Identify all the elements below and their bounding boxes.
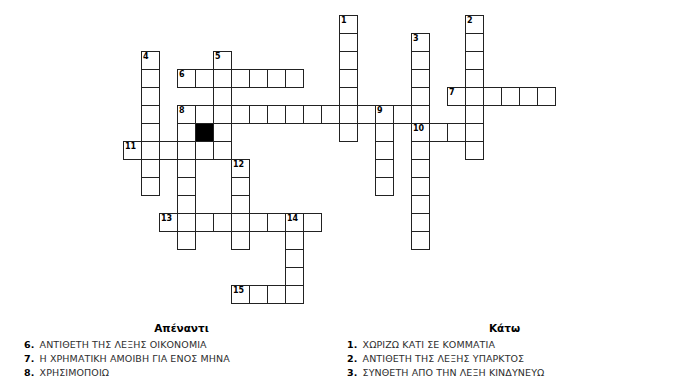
across-header: Απέναντι	[24, 322, 339, 334]
cell-r7-c2[interactable]	[159, 141, 178, 160]
cell-r6-c1[interactable]	[141, 123, 160, 142]
cell-r3-c5[interactable]	[213, 69, 232, 88]
cell-r7-c19[interactable]	[465, 141, 484, 160]
cell-r3-c7[interactable]	[249, 69, 268, 88]
clue-down-2: 2. ΑΝΤΙΘΕΤΗ ΤΗΣ ΛΕΞΗΣ ΥΠΑΡΚΤΟΣ	[347, 352, 662, 366]
cell-r11-c16[interactable]	[411, 213, 430, 232]
cell-r5-c13[interactable]	[357, 105, 376, 124]
cell-r3-c1[interactable]	[141, 69, 160, 88]
cell-r13-c9[interactable]	[285, 249, 304, 268]
clue-number-4: 4	[143, 52, 149, 61]
crossword-grid: 123456789101112131415	[123, 15, 556, 304]
cell-r5-c10[interactable]	[303, 105, 322, 124]
cell-r11-c3[interactable]	[177, 213, 196, 232]
clue-number-label: 6.	[24, 339, 34, 350]
cell-r2-c12[interactable]	[339, 51, 358, 70]
cell-r15-c9[interactable]	[285, 285, 304, 304]
cell-r12-c16[interactable]	[411, 231, 430, 250]
cell-r5-c6[interactable]	[231, 105, 250, 124]
cell-r9-c14[interactable]	[375, 177, 394, 196]
clue-number-9: 9	[377, 106, 383, 115]
black-cell	[195, 123, 214, 142]
cell-r5-c15[interactable]	[393, 105, 412, 124]
clue-number-14: 14	[287, 214, 298, 223]
clue-number-6: 6	[179, 70, 185, 79]
cell-r3-c8[interactable]	[267, 69, 286, 88]
cell-r10-c3[interactable]	[177, 195, 196, 214]
cell-r1-c12[interactable]	[339, 33, 358, 52]
cell-r3-c6[interactable]	[231, 69, 250, 88]
cell-r10-c16[interactable]	[411, 195, 430, 214]
clue-number-11: 11	[125, 142, 136, 151]
cell-r11-c4[interactable]	[195, 213, 214, 232]
cell-r6-c14[interactable]	[375, 123, 394, 142]
clue-down-3: 3. ΣΥΝΘΕΤΗ ΑΠΟ ΤΗΝ ΛΕΞΗ ΚΙΝΔΥΝΕΥΩ	[347, 366, 662, 380]
cell-r4-c21[interactable]	[501, 87, 520, 106]
cell-r2-c19[interactable]	[465, 51, 484, 70]
cell-r10-c6[interactable]	[231, 195, 250, 214]
cell-r4-c22[interactable]	[519, 87, 538, 106]
crossword-page: 123456789101112131415 Απέναντι 6. ΑΝΤΙΘΕ…	[0, 0, 678, 381]
cell-r5-c7[interactable]	[249, 105, 268, 124]
cell-r15-c8[interactable]	[267, 285, 286, 304]
cell-r11-c10[interactable]	[303, 213, 322, 232]
cell-r12-c6[interactable]	[231, 231, 250, 250]
cell-r8-c16[interactable]	[411, 159, 430, 178]
cell-r7-c4[interactable]	[195, 141, 214, 160]
cell-r11-c8[interactable]	[267, 213, 286, 232]
cell-r4-c23[interactable]	[537, 87, 556, 106]
cell-r5-c16[interactable]	[411, 105, 430, 124]
down-clues-panel: Κάτω 1. ΧΩΡΙΖΩ ΚΑΤΙ ΣΕ ΚΟΜΜΑΤΙΑ2. ΑΝΤΙΘΕ…	[347, 322, 662, 380]
cell-r5-c9[interactable]	[285, 105, 304, 124]
clue-number-5: 5	[215, 52, 221, 61]
clue-number-10: 10	[413, 124, 424, 133]
cell-r6-c3[interactable]	[177, 123, 196, 142]
cell-r1-c19[interactable]	[465, 33, 484, 52]
cell-r11-c6[interactable]	[231, 213, 250, 232]
clue-number-15: 15	[233, 286, 244, 295]
cell-r14-c9[interactable]	[285, 267, 304, 286]
cell-r15-c7[interactable]	[249, 285, 268, 304]
cell-r4-c1[interactable]	[141, 87, 160, 106]
cell-r4-c12[interactable]	[339, 87, 358, 106]
clue-number-7: 7	[449, 88, 455, 97]
cell-r4-c5[interactable]	[213, 87, 232, 106]
cell-r3-c12[interactable]	[339, 69, 358, 88]
clue-number-label: 8.	[24, 367, 34, 378]
cell-r5-c1[interactable]	[141, 105, 160, 124]
cell-r9-c1[interactable]	[141, 177, 160, 196]
cell-r7-c14[interactable]	[375, 141, 394, 160]
cell-r9-c16[interactable]	[411, 177, 430, 196]
clue-number-2: 2	[467, 16, 473, 25]
down-clue-list: 1. ΧΩΡΙΖΩ ΚΑΤΙ ΣΕ ΚΟΜΜΑΤΙΑ2. ΑΝΤΙΘΕΤΗ ΤΗ…	[347, 338, 662, 380]
clue-number-3: 3	[413, 34, 419, 43]
cell-r3-c16[interactable]	[411, 69, 430, 88]
clue-number-label: 7.	[24, 353, 34, 364]
cell-r2-c16[interactable]	[411, 51, 430, 70]
clue-down-1: 1. ΧΩΡΙΖΩ ΚΑΤΙ ΣΕ ΚΟΜΜΑΤΙΑ	[347, 338, 662, 352]
cell-r5-c8[interactable]	[267, 105, 286, 124]
cell-r12-c3[interactable]	[177, 231, 196, 250]
cell-r7-c1[interactable]	[141, 141, 160, 160]
clue-number-13: 13	[161, 214, 172, 223]
cell-r6-c5[interactable]	[213, 123, 232, 142]
cell-r3-c19[interactable]	[465, 69, 484, 88]
cell-r8-c3[interactable]	[177, 159, 196, 178]
across-clue-list: 6. ΑΝΤΙΘΕΤΗ ΤΗΣ ΛΕΞΗΣ ΟΙΚΟΝΟΜΙΑ7. Η ΧΡΗΜ…	[24, 338, 339, 380]
cell-r5-c5[interactable]	[213, 105, 232, 124]
cell-r9-c3[interactable]	[177, 177, 196, 196]
clue-number-12: 12	[233, 160, 244, 169]
clue-number-label: 1.	[347, 339, 357, 350]
cell-r6-c18[interactable]	[447, 123, 466, 142]
cell-r12-c9[interactable]	[285, 231, 304, 250]
cell-r6-c17[interactable]	[429, 123, 448, 142]
cell-r4-c16[interactable]	[411, 87, 430, 106]
cell-r11-c5[interactable]	[213, 213, 232, 232]
cell-r5-c12[interactable]	[339, 105, 358, 124]
clue-number-label: 2.	[347, 353, 357, 364]
cell-r5-c11[interactable]	[321, 105, 340, 124]
cell-r9-c6[interactable]	[231, 177, 250, 196]
cell-r3-c9[interactable]	[285, 69, 304, 88]
cell-r4-c20[interactable]	[483, 87, 502, 106]
cell-r5-c19[interactable]	[465, 105, 484, 124]
cell-r7-c5[interactable]	[213, 141, 232, 160]
down-header: Κάτω	[347, 322, 662, 334]
cell-r8-c1[interactable]	[141, 159, 160, 178]
cell-r7-c3[interactable]	[177, 141, 196, 160]
cell-r8-c14[interactable]	[375, 159, 394, 178]
cell-r5-c4[interactable]	[195, 105, 214, 124]
cell-r7-c16[interactable]	[411, 141, 430, 160]
cell-r6-c19[interactable]	[465, 123, 484, 142]
across-clues-panel: Απέναντι 6. ΑΝΤΙΘΕΤΗ ΤΗΣ ΛΕΞΗΣ ΟΙΚΟΝΟΜΙΑ…	[24, 322, 339, 380]
cell-r11-c7[interactable]	[249, 213, 268, 232]
clue-across-8: 8. ΧΡΗΣΙΜΟΠΟΙΩ	[24, 366, 339, 380]
clue-number-label: 3.	[347, 367, 357, 378]
cell-r4-c19[interactable]	[465, 87, 484, 106]
clue-number-1: 1	[341, 16, 347, 25]
clue-across-7: 7. Η ΧΡΗΜΑΤΙΚΗ ΑΜΟΙΒΗ ΓΙΑ ΕΝΟΣ ΜΗΝΑ	[24, 352, 339, 366]
clue-across-6: 6. ΑΝΤΙΘΕΤΗ ΤΗΣ ΛΕΞΗΣ ΟΙΚΟΝΟΜΙΑ	[24, 338, 339, 352]
clue-number-8: 8	[179, 106, 185, 115]
cell-r3-c4[interactable]	[195, 69, 214, 88]
cell-r6-c12[interactable]	[339, 123, 358, 142]
